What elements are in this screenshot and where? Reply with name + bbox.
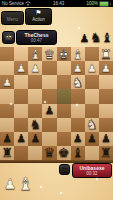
square-b7[interactable]: ♟ xyxy=(14,132,28,146)
top-player-bar: ♚ TheChess 00:47 ♟♞♝ xyxy=(0,29,113,47)
square-f8[interactable]: ♝ xyxy=(71,146,85,160)
square-h8[interactable]: ♜ xyxy=(99,146,113,160)
square-e4[interactable] xyxy=(57,89,71,103)
square-h7[interactable]: ♟ xyxy=(99,132,113,146)
white-pawn-piece: ♟ xyxy=(30,63,40,74)
white-pawn-piece: ♟ xyxy=(2,77,12,88)
square-a5[interactable] xyxy=(0,104,14,118)
square-g6[interactable]: ♞ xyxy=(85,118,99,132)
black-pawn-piece: ♟ xyxy=(16,133,26,144)
square-e6[interactable] xyxy=(57,118,71,132)
square-c3[interactable] xyxy=(28,75,42,89)
square-b8[interactable] xyxy=(14,146,28,160)
square-c2[interactable]: ♟ xyxy=(28,61,42,75)
sparkle xyxy=(10,103,12,105)
square-a4[interactable] xyxy=(0,89,14,103)
square-b2[interactable]: ♟ xyxy=(14,61,28,75)
sparkle xyxy=(96,178,98,180)
battery-indicator: 100% xyxy=(86,0,111,7)
square-h4[interactable] xyxy=(99,89,113,103)
black-pawn-piece: ♟ xyxy=(45,105,55,116)
sparkle xyxy=(78,27,80,29)
square-g1[interactable] xyxy=(85,47,99,61)
sparkle xyxy=(40,186,42,188)
square-d1[interactable]: ♛ xyxy=(42,47,56,61)
square-f1[interactable]: ♝ xyxy=(71,47,85,61)
toolbar: Menu ⚑ Action xyxy=(1,8,52,25)
clock-label: 16:43 xyxy=(53,0,64,7)
black-bishop-piece: ♝ xyxy=(72,146,84,159)
white-bishop-piece: ♝ xyxy=(29,48,41,61)
square-a1[interactable] xyxy=(0,47,14,61)
bottom-player-plate: Unibasexe 00:32 xyxy=(72,163,112,178)
white-pawn-piece: ♟ xyxy=(87,63,97,74)
square-d2[interactable] xyxy=(42,61,56,75)
black-king-piece: ♚ xyxy=(58,146,70,159)
square-e7[interactable] xyxy=(57,132,71,146)
square-b5[interactable] xyxy=(14,104,28,118)
app-screen: No Service 16:43 100% Menu ⚑ Action ♚ Th… xyxy=(0,0,113,200)
square-h5[interactable] xyxy=(99,104,113,118)
sparkle xyxy=(44,101,46,103)
square-a8[interactable]: ♜ xyxy=(0,146,14,160)
square-f6[interactable] xyxy=(71,118,85,132)
square-d5[interactable]: ♟ xyxy=(42,104,56,118)
black-pawn-piece: ♟ xyxy=(79,33,90,44)
square-c5[interactable] xyxy=(28,104,42,118)
square-g4[interactable] xyxy=(85,89,99,103)
square-d7[interactable] xyxy=(42,132,56,146)
square-h3[interactable] xyxy=(99,75,113,89)
square-a2[interactable] xyxy=(0,61,14,75)
black-rook-piece: ♜ xyxy=(1,146,13,159)
square-g3[interactable] xyxy=(85,75,99,89)
black-king-icon: ♚ xyxy=(60,165,68,174)
white-pawn-piece: ♟ xyxy=(73,63,83,74)
sparkle xyxy=(76,104,78,106)
white-rook-piece: ♜ xyxy=(100,48,112,61)
black-queen-piece: ♛ xyxy=(44,146,56,159)
square-c7[interactable]: ♟ xyxy=(28,132,42,146)
square-g2[interactable]: ♟ xyxy=(85,61,99,75)
white-knight-piece: ♞ xyxy=(86,118,98,131)
square-e3[interactable] xyxy=(57,75,71,89)
white-pawn-piece: ♟ xyxy=(16,63,26,74)
white-king-piece: ♚ xyxy=(58,48,70,61)
black-pawn-piece: ♟ xyxy=(30,133,40,144)
square-c6[interactable]: ♞ xyxy=(28,118,42,132)
black-pawn-piece: ♟ xyxy=(73,133,83,144)
captured-black-pieces: ♟♞♝ xyxy=(79,31,112,44)
sparkle xyxy=(60,192,62,194)
status-bar: No Service 16:43 100% xyxy=(0,0,113,7)
square-g5[interactable] xyxy=(85,104,99,118)
menu-button-label: Menu xyxy=(7,17,18,23)
menu-button[interactable]: Menu xyxy=(1,11,24,25)
square-e8[interactable]: ♚ xyxy=(57,146,71,160)
square-h2[interactable]: ♟ xyxy=(99,61,113,75)
square-a6[interactable] xyxy=(0,118,14,132)
square-f2[interactable]: ♟ xyxy=(71,61,85,75)
square-d6[interactable] xyxy=(42,118,56,132)
white-bishop-piece: ♝ xyxy=(72,48,84,61)
white-king-icon: ♚ xyxy=(4,33,12,42)
flag-icon: ⚑ xyxy=(35,10,41,17)
square-c8[interactable] xyxy=(28,146,42,160)
white-pawn-piece: ♟ xyxy=(101,63,111,74)
black-pawn-piece: ♟ xyxy=(87,133,97,144)
white-queen-piece: ♛ xyxy=(44,48,56,61)
square-e2[interactable] xyxy=(57,61,71,75)
square-d8[interactable]: ♛ xyxy=(42,146,56,160)
black-knight-piece: ♞ xyxy=(90,31,101,44)
square-b4[interactable] xyxy=(14,89,28,103)
square-c1[interactable]: ♝ xyxy=(28,47,42,61)
action-button-label: Action xyxy=(32,17,45,23)
square-f4[interactable] xyxy=(71,89,85,103)
square-e1[interactable]: ♚ xyxy=(57,47,71,61)
white-bishop-piece: ♝ xyxy=(17,177,34,190)
square-g8[interactable] xyxy=(85,146,99,160)
white-pawn-piece: ♟ xyxy=(3,179,17,190)
square-g7[interactable]: ♟ xyxy=(85,132,99,146)
square-d3[interactable] xyxy=(42,75,56,89)
bottom-player-avatar: ♚ xyxy=(59,164,70,175)
black-knight-piece: ♞ xyxy=(29,118,41,131)
black-pawn-piece: ♟ xyxy=(2,133,12,144)
top-player-plate: TheChess 00:47 xyxy=(16,30,57,45)
wifi-icon xyxy=(25,1,31,6)
square-a3[interactable]: ♟ xyxy=(0,75,14,89)
top-player-avatar: ♚ xyxy=(2,31,15,44)
carrier-label: No Service xyxy=(2,0,31,7)
chess-board: ♝♛♚♝♜♟♟♟♟♟♟♞♟♞♞♟♟♟♟♟♟♜♛♚♝♜ xyxy=(0,47,113,160)
square-f3[interactable]: ♞ xyxy=(71,75,85,89)
square-b1[interactable] xyxy=(14,47,28,61)
black-bishop-piece: ♝ xyxy=(101,31,112,44)
action-button[interactable]: ⚑ Action xyxy=(25,8,52,25)
battery-icon xyxy=(99,1,109,7)
square-a7[interactable]: ♟ xyxy=(0,132,14,146)
square-b6[interactable] xyxy=(14,118,28,132)
black-pawn-piece: ♟ xyxy=(101,133,111,144)
bottom-player-clock: 00:32 xyxy=(86,171,97,176)
captured-white-pieces: ♟♝ xyxy=(3,164,34,190)
top-player-clock: 00:47 xyxy=(31,38,42,43)
square-f7[interactable]: ♟ xyxy=(71,132,85,146)
black-rook-piece: ♜ xyxy=(100,146,112,159)
square-c4[interactable] xyxy=(28,89,42,103)
square-b3[interactable] xyxy=(14,75,28,89)
square-h6[interactable] xyxy=(99,118,113,132)
square-e5[interactable] xyxy=(57,104,71,118)
square-h1[interactable]: ♜ xyxy=(99,47,113,61)
white-knight-piece: ♞ xyxy=(72,76,84,89)
